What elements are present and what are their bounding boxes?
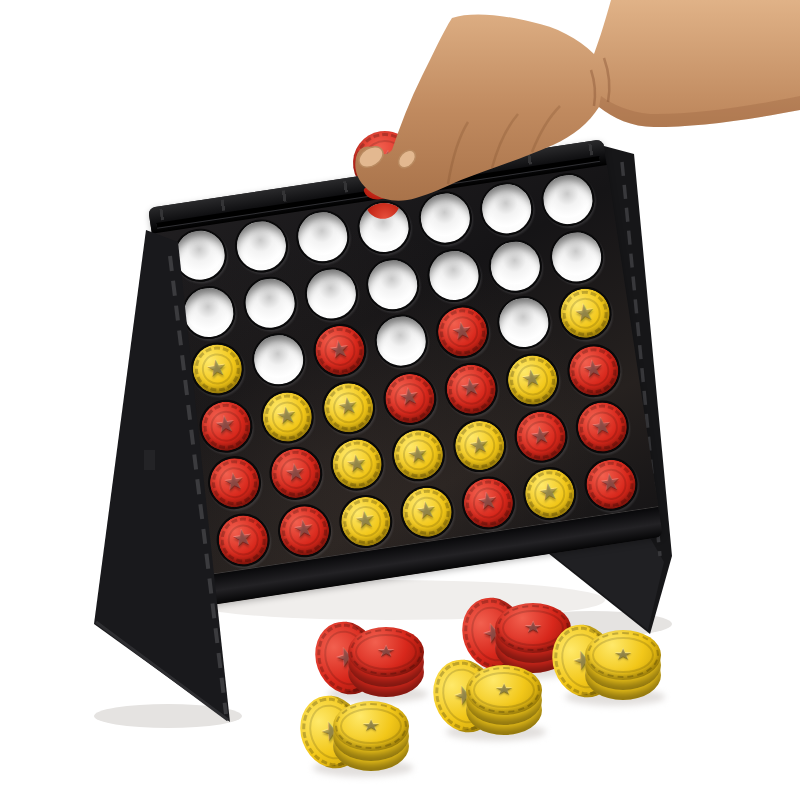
stack-top-disc-red: ★ [348, 627, 424, 677]
cell-r2c4 [357, 252, 427, 318]
disc-yellow: ★ [451, 418, 507, 474]
star-emboss: ★ [213, 412, 238, 439]
disc-red: ★ [215, 512, 271, 568]
star-emboss: ★ [283, 459, 308, 486]
cell-r3c4 [366, 308, 436, 374]
disc-yellow: ★ [390, 427, 446, 483]
star-emboss: ★ [230, 525, 255, 552]
cell-r1c3 [287, 204, 357, 270]
disc-red: ★ [312, 323, 368, 379]
empty-hole [178, 282, 238, 342]
cell-r6c3: ★ [330, 488, 400, 554]
filled-hole: ★ [379, 368, 439, 428]
disc-yellow: ★ [320, 380, 376, 436]
filled-hole: ★ [187, 339, 247, 399]
star-emboss: ★ [528, 422, 553, 449]
cell-r6c7: ★ [576, 451, 646, 517]
empty-hole [353, 198, 413, 258]
star-emboss: ★ [291, 516, 316, 543]
disc-yellow: ★ [329, 437, 385, 493]
cell-r5c6: ★ [506, 404, 576, 470]
filled-hole: ★ [265, 444, 325, 504]
filled-hole: ★ [318, 377, 378, 437]
cell-r4c2: ★ [252, 384, 322, 450]
empty-hole [423, 245, 483, 305]
loose-yellow-stack-right: ★★ [551, 610, 671, 715]
empty-hole [170, 225, 230, 285]
cell-r5c4: ★ [383, 422, 453, 488]
filled-hole: ★ [510, 406, 570, 466]
cell-r1c2 [226, 213, 296, 279]
filled-hole: ★ [519, 463, 579, 523]
empty-hole [301, 264, 361, 324]
star-emboss: ★ [274, 402, 299, 429]
disc-yellow: ★ [504, 352, 560, 408]
cell-r1c5 [410, 185, 480, 251]
filled-hole: ★ [563, 340, 623, 400]
disc-yellow: ★ [189, 341, 245, 397]
disc-red: ★ [382, 370, 438, 426]
filled-hole: ★ [257, 387, 317, 447]
disc-red: ★ [513, 409, 569, 465]
filled-hole: ★ [449, 416, 509, 476]
stack-top-disc-yellow: ★ [466, 665, 542, 715]
star-emboss: ★ [336, 393, 361, 420]
empty-hole [476, 179, 536, 239]
dropping-disc-glint [364, 198, 402, 222]
star-emboss: ★ [221, 469, 246, 496]
star-emboss: ★ [519, 365, 544, 392]
star-emboss: ★ [494, 682, 514, 698]
filled-hole: ★ [274, 500, 334, 560]
cell-r2c5 [419, 242, 489, 308]
star-emboss: ★ [327, 336, 352, 363]
disc-yellow: ★ [399, 484, 455, 540]
scene: ★ ★★★★★★★★★★★★★★★★★★★★★★★★★ ★★★★★★★★★★ [0, 0, 800, 800]
cell-r1c7 [533, 167, 603, 233]
filled-hole: ★ [396, 482, 456, 542]
star-emboss: ★ [523, 620, 543, 636]
star-emboss: ★ [613, 647, 633, 663]
filled-hole: ★ [572, 397, 632, 457]
filled-hole: ★ [432, 302, 492, 362]
cell-r4c1: ★ [191, 393, 261, 459]
empty-hole [248, 330, 308, 390]
empty-hole [415, 188, 475, 248]
empty-hole [292, 207, 352, 267]
cell-r3c1: ★ [182, 336, 252, 402]
disc-red: ★ [583, 456, 639, 512]
empty-hole [537, 170, 597, 230]
empty-hole [231, 216, 291, 276]
disc-red: ★ [443, 361, 499, 417]
filled-hole: ★ [335, 491, 395, 551]
disc-red: ★ [565, 343, 621, 399]
empty-hole [485, 236, 545, 296]
connect-four-board: ★★★★★★★★★★★★★★★★★★★★★★★★★ [148, 139, 663, 605]
star-emboss: ★ [405, 441, 430, 468]
cell-r1c6 [471, 176, 541, 242]
filled-hole: ★ [309, 321, 369, 381]
cell-r5c7: ★ [567, 394, 637, 460]
disc-red: ★ [574, 399, 630, 455]
cell-r6c5: ★ [453, 470, 523, 536]
star-emboss: ★ [572, 299, 597, 326]
star-emboss: ★ [361, 718, 381, 734]
filled-hole: ★ [502, 350, 562, 410]
board-grid: ★★★★★★★★★★★★★★★★★★★★★★★★★ [165, 167, 646, 573]
cell-r5c2: ★ [260, 441, 330, 507]
cell-r3c5: ★ [427, 299, 497, 365]
cell-r4c4: ★ [374, 365, 444, 431]
left-foot-shadow [94, 704, 242, 728]
cell-r6c2: ★ [269, 497, 339, 563]
cell-r6c4: ★ [392, 479, 462, 545]
star-emboss: ★ [344, 450, 369, 477]
empty-hole [546, 227, 606, 287]
empty-hole [239, 273, 299, 333]
cell-r5c5: ★ [444, 413, 514, 479]
cell-r3c3: ★ [305, 318, 375, 384]
empty-hole [493, 293, 553, 353]
cell-r4c5: ★ [436, 356, 506, 422]
filled-hole: ★ [388, 425, 448, 485]
filled-hole: ★ [555, 283, 615, 343]
disc-red: ★ [268, 446, 324, 502]
cell-r6c1: ★ [208, 507, 278, 573]
cell-r5c1: ★ [199, 450, 269, 516]
left-foot-edge [96, 622, 228, 720]
disc-red: ★ [460, 475, 516, 531]
star-emboss: ★ [581, 356, 606, 383]
cell-r4c7: ★ [558, 337, 628, 403]
filled-hole: ★ [441, 359, 501, 419]
forearm-shading [599, 96, 800, 127]
filled-hole: ★ [580, 454, 640, 514]
filled-hole: ★ [213, 510, 273, 570]
disc-red: ★ [434, 304, 490, 360]
star-emboss: ★ [450, 318, 475, 345]
empty-hole [371, 311, 431, 371]
stack-top-disc-yellow: ★ [585, 630, 661, 680]
cell-r3c7: ★ [550, 281, 620, 347]
disc-red: ★ [276, 503, 332, 559]
star-emboss: ★ [376, 644, 396, 660]
star-emboss: ★ [458, 375, 483, 402]
filled-hole: ★ [195, 396, 255, 456]
cell-r2c3 [296, 261, 366, 327]
left-leg-clip [144, 450, 155, 470]
star-emboss: ★ [414, 498, 439, 525]
filled-hole: ★ [327, 434, 387, 494]
cell-r2c1 [173, 279, 243, 345]
star-emboss: ★ [598, 470, 623, 497]
filled-hole: ★ [204, 453, 264, 513]
cell-r1c4 [349, 195, 419, 261]
disc-yellow: ★ [337, 493, 393, 549]
star-emboss: ★ [475, 488, 500, 515]
star-emboss: ★ [397, 384, 422, 411]
cell-r2c6 [480, 233, 550, 299]
cell-r4c3: ★ [313, 375, 383, 441]
cell-r6c6: ★ [514, 460, 584, 526]
disc-red: ★ [198, 398, 254, 454]
star-emboss: ★ [467, 431, 492, 458]
star-emboss: ★ [537, 479, 562, 506]
disc-yellow: ★ [557, 286, 613, 342]
star-emboss: ★ [204, 355, 229, 382]
cell-r3c6 [488, 290, 558, 356]
loose-yellow-stack-left: ★★ [299, 681, 419, 786]
filled-hole: ★ [458, 473, 518, 533]
cell-r3c2 [243, 327, 313, 393]
wrist-creases [591, 58, 609, 106]
cell-r2c2 [235, 270, 305, 336]
loose-yellow-stack-center: ★★ [432, 645, 552, 750]
disc-yellow: ★ [521, 466, 577, 522]
star-emboss: ★ [589, 413, 614, 440]
cell-r4c6: ★ [497, 347, 567, 413]
star-emboss: ★ [353, 507, 378, 534]
disc-yellow: ★ [259, 389, 315, 445]
disc-red: ★ [206, 455, 262, 511]
cell-r2c7 [541, 224, 611, 290]
empty-hole [362, 254, 422, 314]
stack-top-disc-yellow: ★ [333, 701, 409, 751]
cell-r5c3: ★ [322, 431, 392, 497]
cell-r1c1 [165, 222, 235, 288]
